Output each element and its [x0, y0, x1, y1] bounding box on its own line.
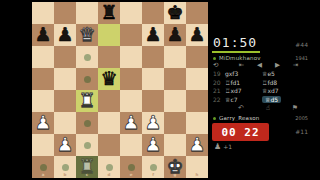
square-h8[interactable] — [186, 2, 208, 24]
square-h3[interactable] — [186, 112, 208, 134]
white-pawn-e3[interactable]: ♟ — [120, 112, 142, 134]
black-queen-d5[interactable]: ♛ — [98, 68, 120, 90]
top-clock-tag: #44 — [290, 41, 308, 48]
next-move-icon[interactable]: ▶ — [268, 61, 286, 69]
game-controls: ↶ ☝ ⚑ — [238, 104, 298, 113]
square-c8[interactable] — [76, 2, 98, 24]
square-g2[interactable] — [164, 134, 186, 156]
resign-flag-icon[interactable]: ⚑ — [292, 104, 298, 113]
move-white-20[interactable]: ♖fd1 — [225, 79, 262, 88]
square-b3[interactable] — [54, 112, 76, 134]
move-number: 20 — [213, 79, 225, 88]
square-d3[interactable] — [98, 112, 120, 134]
white-pawn-a3[interactable]: ♟ — [32, 112, 54, 134]
black-pawn-g7[interactable]: ♟ — [164, 24, 186, 46]
move-dest-dot-b1[interactable] — [62, 164, 69, 171]
file-coordinate: a — [42, 173, 45, 177]
takeback-icon[interactable]: ↶ — [238, 104, 244, 113]
move-black-20[interactable]: ♖fd8 — [262, 79, 309, 88]
bottom-player-rating: 2005 — [295, 115, 308, 121]
move-white-21[interactable]: ♖xd7 — [225, 87, 262, 96]
bottom-clock-tag: #11 — [290, 128, 308, 135]
bottom-player-name: Garry_Reason — [219, 115, 295, 121]
square-h6[interactable] — [186, 46, 208, 68]
white-pawn-f2[interactable]: ♟ — [142, 134, 164, 156]
square-e6[interactable] — [120, 46, 142, 68]
square-b4[interactable] — [54, 90, 76, 112]
square-g6[interactable] — [164, 46, 186, 68]
square-b5[interactable] — [54, 68, 76, 90]
file-coordinate: d — [108, 173, 111, 177]
square-f5[interactable] — [142, 68, 164, 90]
bottom-clock-time: 00 22 — [221, 126, 259, 139]
file-coordinate: e — [130, 173, 133, 177]
move-dest-dot-e1[interactable] — [128, 164, 135, 171]
square-b6[interactable] — [54, 46, 76, 68]
ghost-white-rook-c1[interactable]: ♜ — [76, 156, 98, 178]
square-g3[interactable] — [164, 112, 186, 134]
move-black-21[interactable]: ♕xd7 — [262, 87, 309, 96]
black-rook-d8[interactable]: ♜ — [98, 2, 120, 24]
square-a6[interactable] — [32, 46, 54, 68]
move-nav-bar: ⟲ ⇤ ◀ ▶ ⇥ — [213, 61, 308, 69]
file-coordinate: h — [196, 173, 199, 177]
black-pawn-f7[interactable]: ♟ — [142, 24, 164, 46]
black-pawn-h7[interactable]: ♟ — [186, 24, 208, 46]
square-a2[interactable] — [32, 134, 54, 156]
move-dest-dot-c6[interactable] — [84, 54, 91, 61]
square-d4[interactable] — [98, 90, 120, 112]
clock-progress-bar — [212, 51, 260, 53]
square-f6[interactable] — [142, 46, 164, 68]
chess-board[interactable]: abcdefgh♜♚♟♟♛♟♟♟♛♜♟♟♟♟♟♟♜♚ — [32, 2, 208, 178]
move-number: 21 — [213, 87, 225, 96]
black-pawn-a7[interactable]: ♟ — [32, 24, 54, 46]
draw-offer-icon[interactable]: ☝ — [266, 104, 270, 113]
online-dot-icon — [213, 57, 216, 60]
prev-move-icon[interactable]: ◀ — [250, 61, 268, 69]
top-clock: 01:50 — [213, 35, 257, 50]
square-f4[interactable] — [142, 90, 164, 112]
black-pawn-b7[interactable]: ♟ — [54, 24, 76, 46]
square-e7[interactable] — [120, 24, 142, 46]
square-h1[interactable]: h — [186, 156, 208, 178]
square-a4[interactable] — [32, 90, 54, 112]
move-number: 19 — [213, 70, 225, 79]
square-f8[interactable] — [142, 2, 164, 24]
file-coordinate: f — [152, 173, 154, 177]
app-screen: abcdefgh♜♚♟♟♛♟♟♟♛♜♟♟♟♟♟♟♜♚ 01:50 #44 MiD… — [0, 0, 320, 180]
last-move-icon[interactable]: ⇥ — [286, 61, 304, 69]
file-coordinate: b — [64, 173, 67, 177]
move-dest-dot-c2[interactable] — [84, 142, 91, 149]
square-d2[interactable] — [98, 134, 120, 156]
white-pawn-h2[interactable]: ♟ — [186, 134, 208, 156]
move-list: 19gxf3♕e520♖fd1♖fd821♖xd7♕xd722♕c7♕d5 — [213, 70, 309, 104]
square-h5[interactable] — [186, 68, 208, 90]
dragged-white-rook-c4[interactable]: ♜ — [76, 90, 98, 112]
bottom-player-row[interactable]: Garry_Reason 2005 — [213, 114, 308, 122]
black-king-g8[interactable]: ♚ — [164, 2, 186, 24]
white-pawn-b2[interactable]: ♟ — [54, 134, 76, 156]
bottom-clock: 00 22 — [212, 123, 269, 141]
pawn-icon: ♟ — [214, 142, 221, 151]
move-dest-dot-c5[interactable] — [84, 76, 91, 83]
square-a5[interactable] — [32, 68, 54, 90]
move-dest-dot-c3[interactable] — [84, 120, 91, 127]
move-white-19[interactable]: gxf3 — [225, 70, 262, 79]
move-dest-dot-d1[interactable] — [106, 164, 113, 171]
white-queen-c7[interactable]: ♛ — [76, 24, 98, 46]
first-move-icon[interactable]: ⇤ — [232, 61, 250, 69]
online-dot-icon — [213, 117, 216, 120]
move-number: 22 — [213, 96, 225, 105]
square-e5[interactable] — [120, 68, 142, 90]
square-a8[interactable] — [32, 2, 54, 24]
move-dest-dot-a1[interactable] — [40, 164, 47, 171]
square-g4[interactable] — [164, 90, 186, 112]
white-pawn-f3[interactable]: ♟ — [142, 112, 164, 134]
square-e4[interactable] — [120, 90, 142, 112]
flip-board-icon[interactable]: ⟲ — [213, 61, 218, 69]
material-value: +1 — [223, 143, 232, 150]
white-king-g1[interactable]: ♚ — [164, 156, 186, 178]
square-e8[interactable] — [120, 2, 142, 24]
move-dest-dot-f1[interactable] — [150, 164, 157, 171]
square-d7[interactable] — [98, 24, 120, 46]
square-h4[interactable] — [186, 90, 208, 112]
square-d6[interactable] — [98, 46, 120, 68]
square-g5[interactable] — [164, 68, 186, 90]
square-e2[interactable] — [120, 134, 142, 156]
square-b8[interactable] — [54, 2, 76, 24]
move-black-19[interactable]: ♕e5 — [262, 70, 309, 79]
material-balance: ♟ +1 — [214, 142, 232, 151]
